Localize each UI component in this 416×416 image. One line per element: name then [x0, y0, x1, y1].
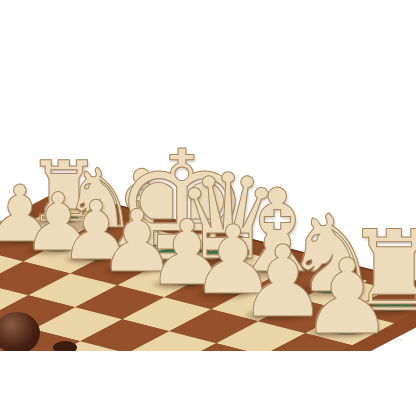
chess-product-photo: 222 ♜♞♝♚♛♝♞♜♟♟♟♟♟♟♟♟	[0, 0, 416, 416]
white-backdrop-cover	[0, 351, 416, 416]
pawn-glyph: ♟	[300, 245, 393, 349]
